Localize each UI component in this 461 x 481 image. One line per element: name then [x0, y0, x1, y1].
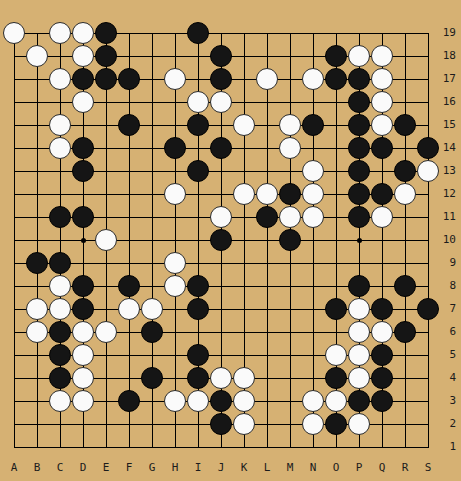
board-intersection[interactable]	[2, 343, 25, 366]
board-intersection[interactable]	[232, 343, 255, 366]
board-intersection[interactable]	[2, 182, 25, 205]
board-intersection[interactable]	[140, 366, 163, 389]
board-intersection[interactable]	[255, 205, 278, 228]
board-intersection[interactable]	[163, 389, 186, 412]
board-intersection[interactable]	[186, 228, 209, 251]
board-intersection[interactable]	[209, 113, 232, 136]
board-intersection[interactable]	[140, 228, 163, 251]
board-intersection[interactable]	[163, 113, 186, 136]
board-intersection[interactable]	[163, 67, 186, 90]
board-intersection[interactable]	[301, 343, 324, 366]
board-intersection[interactable]	[255, 251, 278, 274]
board-intersection[interactable]	[94, 320, 117, 343]
board-intersection[interactable]	[301, 182, 324, 205]
board-intersection[interactable]	[94, 343, 117, 366]
board-intersection[interactable]	[71, 113, 94, 136]
board-intersection[interactable]	[232, 21, 255, 44]
board-intersection[interactable]	[324, 412, 347, 435]
board-intersection[interactable]	[347, 251, 370, 274]
board-intersection[interactable]	[278, 228, 301, 251]
board-intersection[interactable]	[255, 297, 278, 320]
board-intersection[interactable]	[2, 435, 25, 458]
board-intersection[interactable]	[370, 182, 393, 205]
board-intersection[interactable]	[393, 343, 416, 366]
board-intersection[interactable]	[48, 228, 71, 251]
board-intersection[interactable]	[2, 251, 25, 274]
board-intersection[interactable]	[324, 67, 347, 90]
board-intersection[interactable]	[255, 412, 278, 435]
board-intersection[interactable]	[301, 67, 324, 90]
board-intersection[interactable]	[163, 44, 186, 67]
board-intersection[interactable]	[255, 274, 278, 297]
board-intersection[interactable]	[393, 274, 416, 297]
board-intersection[interactable]	[393, 251, 416, 274]
board-intersection[interactable]	[209, 228, 232, 251]
board-intersection[interactable]	[25, 366, 48, 389]
board-intersection[interactable]	[255, 136, 278, 159]
board-intersection[interactable]	[393, 412, 416, 435]
board-intersection[interactable]	[232, 44, 255, 67]
board-intersection[interactable]	[393, 113, 416, 136]
board-intersection[interactable]	[163, 205, 186, 228]
board-intersection[interactable]	[140, 205, 163, 228]
board-intersection[interactable]	[347, 366, 370, 389]
board-intersection[interactable]	[393, 435, 416, 458]
board-intersection[interactable]	[117, 251, 140, 274]
board-intersection[interactable]	[232, 251, 255, 274]
board-intersection[interactable]	[94, 251, 117, 274]
board-intersection[interactable]	[301, 159, 324, 182]
board-intersection[interactable]	[71, 67, 94, 90]
board-intersection[interactable]	[25, 251, 48, 274]
board-intersection[interactable]	[301, 90, 324, 113]
board-intersection[interactable]	[301, 228, 324, 251]
board-intersection[interactable]	[71, 366, 94, 389]
board-intersection[interactable]	[393, 159, 416, 182]
board-intersection[interactable]	[301, 297, 324, 320]
board-intersection[interactable]	[117, 320, 140, 343]
board-intersection[interactable]	[278, 113, 301, 136]
board-intersection[interactable]	[278, 389, 301, 412]
board-intersection[interactable]	[324, 182, 347, 205]
board-intersection[interactable]	[25, 435, 48, 458]
board-intersection[interactable]	[209, 320, 232, 343]
board-intersection[interactable]	[25, 274, 48, 297]
board-intersection[interactable]	[94, 159, 117, 182]
board-intersection[interactable]	[2, 67, 25, 90]
board-intersection[interactable]	[163, 182, 186, 205]
board-intersection[interactable]	[232, 228, 255, 251]
board-intersection[interactable]	[232, 389, 255, 412]
board-intersection[interactable]	[209, 251, 232, 274]
board-intersection[interactable]	[324, 343, 347, 366]
board-intersection[interactable]	[255, 343, 278, 366]
board-intersection[interactable]	[71, 159, 94, 182]
board-intersection[interactable]	[25, 297, 48, 320]
board-intersection[interactable]	[370, 136, 393, 159]
board-intersection[interactable]	[278, 90, 301, 113]
board-intersection[interactable]	[324, 90, 347, 113]
board-intersection[interactable]	[163, 251, 186, 274]
board-intersection[interactable]	[393, 297, 416, 320]
board-intersection[interactable]	[209, 366, 232, 389]
board-intersection[interactable]	[163, 21, 186, 44]
board-intersection[interactable]	[232, 366, 255, 389]
board-intersection[interactable]	[94, 297, 117, 320]
board-intersection[interactable]	[324, 159, 347, 182]
board-intersection[interactable]	[71, 435, 94, 458]
board-intersection[interactable]	[393, 44, 416, 67]
board-intersection[interactable]	[140, 159, 163, 182]
board-intersection[interactable]	[347, 274, 370, 297]
board-intersection[interactable]	[186, 67, 209, 90]
board-intersection[interactable]	[209, 159, 232, 182]
board-intersection[interactable]	[370, 366, 393, 389]
board-intersection[interactable]	[25, 182, 48, 205]
board-intersection[interactable]	[25, 343, 48, 366]
board-intersection[interactable]	[25, 136, 48, 159]
board-intersection[interactable]	[232, 182, 255, 205]
board-intersection[interactable]	[301, 205, 324, 228]
board-intersection[interactable]	[347, 205, 370, 228]
board-intersection[interactable]	[140, 21, 163, 44]
board-intersection[interactable]	[140, 274, 163, 297]
board-intersection[interactable]	[186, 435, 209, 458]
board-intersection[interactable]	[163, 136, 186, 159]
board-intersection[interactable]	[186, 136, 209, 159]
board-intersection[interactable]	[163, 159, 186, 182]
board-intersection[interactable]	[301, 136, 324, 159]
board-intersection[interactable]	[209, 274, 232, 297]
board-intersection[interactable]	[94, 389, 117, 412]
board-intersection[interactable]	[278, 297, 301, 320]
board-intersection[interactable]	[278, 274, 301, 297]
board-intersection[interactable]	[255, 67, 278, 90]
board-intersection[interactable]	[94, 67, 117, 90]
board-intersection[interactable]	[324, 113, 347, 136]
board-intersection[interactable]	[301, 366, 324, 389]
board-intersection[interactable]	[2, 320, 25, 343]
board-intersection[interactable]	[71, 182, 94, 205]
board-intersection[interactable]	[278, 343, 301, 366]
board-intersection[interactable]	[2, 274, 25, 297]
board-intersection[interactable]	[370, 90, 393, 113]
board-intersection[interactable]	[324, 366, 347, 389]
board-intersection[interactable]	[232, 205, 255, 228]
board-intersection[interactable]	[347, 21, 370, 44]
board-intersection[interactable]	[117, 182, 140, 205]
board-intersection[interactable]	[370, 67, 393, 90]
board-intersection[interactable]	[347, 435, 370, 458]
board-intersection[interactable]	[117, 90, 140, 113]
board-intersection[interactable]	[48, 274, 71, 297]
board-intersection[interactable]	[255, 389, 278, 412]
board-intersection[interactable]	[232, 320, 255, 343]
board-intersection[interactable]	[140, 136, 163, 159]
board-intersection[interactable]	[48, 320, 71, 343]
board-intersection[interactable]	[301, 435, 324, 458]
board-intersection[interactable]	[186, 182, 209, 205]
board-intersection[interactable]	[255, 366, 278, 389]
board-intersection[interactable]	[71, 136, 94, 159]
board-intersection[interactable]	[186, 297, 209, 320]
board-intersection[interactable]	[255, 228, 278, 251]
board-intersection[interactable]	[232, 90, 255, 113]
board-intersection[interactable]	[163, 297, 186, 320]
board-intersection[interactable]	[117, 366, 140, 389]
board-intersection[interactable]	[48, 435, 71, 458]
board-intersection[interactable]	[2, 159, 25, 182]
board-intersection[interactable]	[324, 274, 347, 297]
board-intersection[interactable]	[94, 136, 117, 159]
board-intersection[interactable]	[48, 21, 71, 44]
board-intersection[interactable]	[71, 343, 94, 366]
board-intersection[interactable]	[71, 205, 94, 228]
board-intersection[interactable]	[301, 412, 324, 435]
board-intersection[interactable]	[117, 136, 140, 159]
board-intersection[interactable]	[209, 90, 232, 113]
board-intersection[interactable]	[324, 228, 347, 251]
board-intersection[interactable]	[25, 44, 48, 67]
board-intersection[interactable]	[94, 366, 117, 389]
board-intersection[interactable]	[94, 182, 117, 205]
board-intersection[interactable]	[232, 274, 255, 297]
board-intersection[interactable]	[278, 251, 301, 274]
board-intersection[interactable]	[393, 90, 416, 113]
board-intersection[interactable]	[301, 44, 324, 67]
board-intersection[interactable]	[25, 113, 48, 136]
board-intersection[interactable]	[347, 228, 370, 251]
board-intersection[interactable]	[393, 67, 416, 90]
board-intersection[interactable]	[370, 21, 393, 44]
board-intersection[interactable]	[117, 297, 140, 320]
board-intersection[interactable]	[25, 90, 48, 113]
board-intersection[interactable]	[140, 90, 163, 113]
board-intersection[interactable]	[370, 343, 393, 366]
board-intersection[interactable]	[2, 90, 25, 113]
board-intersection[interactable]	[278, 21, 301, 44]
board-intersection[interactable]	[186, 389, 209, 412]
board-intersection[interactable]	[347, 389, 370, 412]
board-intersection[interactable]	[117, 44, 140, 67]
board-intersection[interactable]	[2, 21, 25, 44]
board-intersection[interactable]	[186, 205, 209, 228]
board-intersection[interactable]	[117, 228, 140, 251]
board-intersection[interactable]	[278, 205, 301, 228]
board-intersection[interactable]	[186, 366, 209, 389]
board-intersection[interactable]	[163, 320, 186, 343]
board-intersection[interactable]	[94, 21, 117, 44]
board-intersection[interactable]	[324, 389, 347, 412]
board-intersection[interactable]	[255, 320, 278, 343]
board-intersection[interactable]	[71, 228, 94, 251]
board-intersection[interactable]	[393, 366, 416, 389]
board-intersection[interactable]	[232, 412, 255, 435]
board-intersection[interactable]	[94, 90, 117, 113]
board-intersection[interactable]	[370, 228, 393, 251]
board-intersection[interactable]	[209, 182, 232, 205]
board-intersection[interactable]	[140, 251, 163, 274]
board-intersection[interactable]	[2, 44, 25, 67]
board-intersection[interactable]	[347, 44, 370, 67]
board-intersection[interactable]	[393, 389, 416, 412]
board-intersection[interactable]	[324, 251, 347, 274]
board-intersection[interactable]	[140, 113, 163, 136]
board-intersection[interactable]	[209, 297, 232, 320]
board-intersection[interactable]	[347, 113, 370, 136]
board-intersection[interactable]	[48, 159, 71, 182]
board-intersection[interactable]	[140, 435, 163, 458]
board-intersection[interactable]	[117, 389, 140, 412]
board-intersection[interactable]	[140, 412, 163, 435]
board-intersection[interactable]	[278, 136, 301, 159]
board-intersection[interactable]	[2, 136, 25, 159]
board-intersection[interactable]	[2, 389, 25, 412]
board-intersection[interactable]	[255, 113, 278, 136]
board-intersection[interactable]	[370, 159, 393, 182]
board-intersection[interactable]	[278, 182, 301, 205]
board-intersection[interactable]	[370, 412, 393, 435]
board-intersection[interactable]	[209, 343, 232, 366]
board-intersection[interactable]	[163, 343, 186, 366]
board-intersection[interactable]	[94, 44, 117, 67]
board-intersection[interactable]	[255, 21, 278, 44]
board-intersection[interactable]	[370, 205, 393, 228]
board-intersection[interactable]	[232, 136, 255, 159]
board-intersection[interactable]	[209, 44, 232, 67]
board-intersection[interactable]	[347, 90, 370, 113]
board-intersection[interactable]	[140, 67, 163, 90]
board-intersection[interactable]	[186, 159, 209, 182]
board-intersection[interactable]	[94, 274, 117, 297]
board-intersection[interactable]	[347, 182, 370, 205]
board-intersection[interactable]	[370, 435, 393, 458]
board-intersection[interactable]	[393, 182, 416, 205]
board-intersection[interactable]	[2, 366, 25, 389]
board-intersection[interactable]	[393, 21, 416, 44]
board-intersection[interactable]	[278, 67, 301, 90]
board-intersection[interactable]	[48, 412, 71, 435]
board-intersection[interactable]	[301, 389, 324, 412]
board-intersection[interactable]	[71, 274, 94, 297]
board-intersection[interactable]	[255, 435, 278, 458]
board-intersection[interactable]	[71, 44, 94, 67]
board-intersection[interactable]	[324, 136, 347, 159]
board-intersection[interactable]	[278, 366, 301, 389]
board-intersection[interactable]	[255, 44, 278, 67]
board-intersection[interactable]	[186, 320, 209, 343]
board-intersection[interactable]	[140, 182, 163, 205]
board-intersection[interactable]	[347, 320, 370, 343]
board-intersection[interactable]	[324, 297, 347, 320]
board-intersection[interactable]	[25, 205, 48, 228]
board-intersection[interactable]	[163, 228, 186, 251]
board-intersection[interactable]	[140, 343, 163, 366]
board-intersection[interactable]	[94, 113, 117, 136]
board-intersection[interactable]	[278, 435, 301, 458]
board-intersection[interactable]	[71, 90, 94, 113]
board-intersection[interactable]	[163, 366, 186, 389]
board-intersection[interactable]	[48, 67, 71, 90]
board-intersection[interactable]	[48, 389, 71, 412]
board-intersection[interactable]	[347, 343, 370, 366]
board-intersection[interactable]	[278, 159, 301, 182]
board-intersection[interactable]	[232, 67, 255, 90]
board-intersection[interactable]	[186, 343, 209, 366]
board-intersection[interactable]	[48, 136, 71, 159]
board-intersection[interactable]	[140, 44, 163, 67]
board-intersection[interactable]	[186, 21, 209, 44]
board-intersection[interactable]	[347, 67, 370, 90]
board-intersection[interactable]	[71, 297, 94, 320]
board-intersection[interactable]	[232, 297, 255, 320]
board-intersection[interactable]	[393, 320, 416, 343]
board-intersection[interactable]	[71, 21, 94, 44]
board-intersection[interactable]	[301, 251, 324, 274]
board-intersection[interactable]	[393, 136, 416, 159]
board-intersection[interactable]	[94, 412, 117, 435]
board-intersection[interactable]	[25, 159, 48, 182]
board-intersection[interactable]	[347, 412, 370, 435]
board-intersection[interactable]	[2, 205, 25, 228]
board-intersection[interactable]	[94, 228, 117, 251]
board-intersection[interactable]	[186, 412, 209, 435]
board-intersection[interactable]	[255, 182, 278, 205]
board-intersection[interactable]	[71, 389, 94, 412]
board-intersection[interactable]	[94, 435, 117, 458]
board-intersection[interactable]	[25, 320, 48, 343]
board-intersection[interactable]	[117, 159, 140, 182]
board-intersection[interactable]	[2, 113, 25, 136]
board-intersection[interactable]	[94, 205, 117, 228]
board-intersection[interactable]	[48, 90, 71, 113]
board-intersection[interactable]	[393, 205, 416, 228]
board-intersection[interactable]	[2, 297, 25, 320]
board-intersection[interactable]	[186, 44, 209, 67]
board-intersection[interactable]	[370, 320, 393, 343]
board-intersection[interactable]	[25, 67, 48, 90]
board-intersection[interactable]	[48, 297, 71, 320]
board-intersection[interactable]	[163, 90, 186, 113]
board-intersection[interactable]	[370, 113, 393, 136]
board-intersection[interactable]	[324, 205, 347, 228]
board-intersection[interactable]	[324, 21, 347, 44]
board-intersection[interactable]	[255, 159, 278, 182]
board-intersection[interactable]	[117, 435, 140, 458]
board-intersection[interactable]	[25, 412, 48, 435]
board-intersection[interactable]	[347, 159, 370, 182]
board-intersection[interactable]	[163, 435, 186, 458]
board-intersection[interactable]	[209, 412, 232, 435]
board-intersection[interactable]	[209, 21, 232, 44]
board-intersection[interactable]	[117, 113, 140, 136]
board-intersection[interactable]	[186, 251, 209, 274]
board-intersection[interactable]	[2, 228, 25, 251]
board-intersection[interactable]	[347, 136, 370, 159]
board-intersection[interactable]	[209, 136, 232, 159]
board-intersection[interactable]	[209, 67, 232, 90]
board-intersection[interactable]	[370, 389, 393, 412]
board-intersection[interactable]	[186, 113, 209, 136]
board-intersection[interactable]	[278, 320, 301, 343]
board-intersection[interactable]	[117, 21, 140, 44]
board-intersection[interactable]	[48, 113, 71, 136]
board-intersection[interactable]	[324, 44, 347, 67]
board-intersection[interactable]	[301, 320, 324, 343]
board-intersection[interactable]	[25, 228, 48, 251]
board-intersection[interactable]	[232, 113, 255, 136]
board-intersection[interactable]	[370, 297, 393, 320]
